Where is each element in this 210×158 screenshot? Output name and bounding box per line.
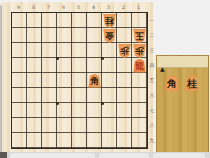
piece-sente-1四: 龍 (133, 59, 146, 73)
file-label: 1 (133, 4, 145, 10)
file-label: 3 (103, 4, 115, 10)
cutoff-dark-corner (0, 152, 7, 158)
rank-label: 六 (149, 89, 155, 101)
file-label: 4 (88, 4, 100, 10)
piece-glyph: 桂 (103, 13, 116, 28)
rank-label: 一 (149, 14, 155, 26)
file-label: 6 (58, 4, 70, 10)
rank-label: 二 (149, 29, 155, 41)
cutoff-ui-strip (0, 152, 210, 158)
piece-glyph: 角 (88, 74, 101, 89)
rank-label: 九 (149, 134, 155, 146)
rank-label: 五 (149, 74, 155, 86)
file-label: 7 (43, 4, 55, 10)
hand-piece-桂: 桂 (185, 75, 199, 91)
piece-gote-3二: 金 (103, 29, 116, 43)
shogi-board: 987654321 一二三四五六七八九 桂金玉歩歩龍角 (2, 2, 153, 152)
rank-label: 七 (149, 104, 155, 116)
sente-triangle-mark: ▲ (160, 65, 165, 72)
file-label: 5 (73, 4, 85, 10)
cutoff-button (153, 153, 205, 158)
cutoff-button (99, 153, 149, 158)
file-coordinates: 987654321 (11, 3, 149, 11)
file-label: 9 (13, 4, 25, 10)
piece-glyph: 歩 (118, 43, 131, 58)
piece-glyph: 龍 (133, 59, 146, 74)
rank-label: 三 (149, 44, 155, 56)
file-label: 2 (118, 4, 130, 10)
star-point (101, 102, 104, 105)
piece-glyph: 角 (165, 75, 179, 92)
piece-glyph: 玉 (133, 28, 146, 43)
rank-coordinates: 一二三四五六七八九 (148, 12, 156, 147)
piece-gote-1二: 玉 (133, 29, 146, 43)
rank-label: 四 (149, 59, 155, 71)
piece-glyph: 桂 (185, 75, 199, 92)
hand-piece-角: 角 (165, 75, 179, 91)
komadai-header: ▲ (157, 56, 208, 68)
piece-sente-4五: 角 (88, 74, 101, 88)
file-label: 8 (28, 4, 40, 10)
cutoff-button (10, 153, 95, 158)
tsume-shogi-diagram: 987654321 一二三四五六七八九 桂金玉歩歩龍角 ▲ 角桂 (0, 0, 210, 158)
board-grid: 桂金玉歩歩龍角 (11, 12, 148, 149)
star-point (56, 102, 59, 105)
star-point (56, 57, 59, 60)
star-point (101, 57, 104, 60)
rank-label: 八 (149, 119, 155, 131)
piece-glyph: 金 (103, 28, 116, 43)
piece-gote-3一: 桂 (103, 14, 116, 28)
piece-gote-2三: 歩 (118, 44, 131, 58)
sente-komadai: ▲ 角桂 (156, 55, 209, 158)
piece-gote-1三: 歩 (133, 44, 146, 58)
piece-glyph: 歩 (133, 43, 146, 58)
